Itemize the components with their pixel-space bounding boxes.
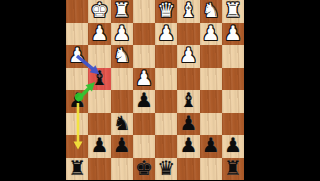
square-d6 — [155, 113, 177, 136]
square-e1 — [133, 0, 155, 23]
square-f7: ♟ — [111, 135, 133, 158]
square-a7: ♟ — [222, 135, 244, 158]
square-g5 — [88, 90, 110, 113]
square-a2: ♟ — [222, 23, 244, 46]
white-pawn-d2: ♟ — [157, 23, 175, 44]
white-pawn-h3: ♟ — [68, 45, 86, 66]
black-bishop-g4: ♝ — [90, 68, 108, 89]
square-c8 — [177, 158, 199, 181]
square-h1 — [66, 0, 88, 23]
square-f5 — [111, 90, 133, 113]
white-pawn-g2: ♟ — [90, 23, 108, 44]
right-letterbox-bar — [244, 0, 320, 180]
square-h2 — [66, 23, 88, 46]
black-pawn-e5: ♟ — [135, 90, 153, 111]
white-pawn-f2: ♟ — [113, 23, 131, 44]
square-c3: ♟ — [177, 45, 199, 68]
square-c4 — [177, 68, 199, 91]
square-g3 — [88, 45, 110, 68]
black-king-e8: ♚ — [135, 158, 153, 179]
square-b4 — [200, 68, 222, 91]
square-e5: ♟ — [133, 90, 155, 113]
white-rook-a1: ♜ — [224, 0, 242, 21]
video-frame: ♚♜♛♝♞♜♟♟♟♟♟♟♞♟♝♟♟♟♝♞♟♟♟♟♟♟♜♚♛♜ — [0, 0, 320, 180]
square-f1: ♜ — [111, 0, 133, 23]
square-e6 — [133, 113, 155, 136]
square-e7 — [133, 135, 155, 158]
black-queen-d8: ♛ — [157, 158, 175, 179]
white-pawn-c3: ♟ — [179, 45, 197, 66]
square-b8 — [200, 158, 222, 181]
square-d4 — [155, 68, 177, 91]
square-d2: ♟ — [155, 23, 177, 46]
square-a8: ♜ — [222, 158, 244, 181]
square-a5 — [222, 90, 244, 113]
square-g7: ♟ — [88, 135, 110, 158]
white-knight-f3: ♞ — [113, 45, 131, 66]
square-c6: ♟ — [177, 113, 199, 136]
white-pawn-e4: ♟ — [135, 68, 153, 89]
square-g2: ♟ — [88, 23, 110, 46]
square-a6 — [222, 113, 244, 136]
square-d3 — [155, 45, 177, 68]
black-pawn-a7: ♟ — [224, 135, 242, 156]
square-d1: ♛ — [155, 0, 177, 23]
chess-board: ♚♜♛♝♞♜♟♟♟♟♟♟♞♟♝♟♟♟♝♞♟♟♟♟♟♟♜♚♛♜ — [66, 0, 244, 180]
black-rook-h8: ♜ — [68, 158, 86, 179]
black-knight-f6: ♞ — [113, 113, 131, 134]
square-c5: ♝ — [177, 90, 199, 113]
black-pawn-b7: ♟ — [202, 135, 220, 156]
white-bishop-c1: ♝ — [179, 0, 197, 21]
square-f4 — [111, 68, 133, 91]
square-c2 — [177, 23, 199, 46]
square-g4: ♝ — [88, 68, 110, 91]
black-pawn-f7: ♟ — [113, 135, 131, 156]
square-d5 — [155, 90, 177, 113]
square-g8 — [88, 158, 110, 181]
square-a1: ♜ — [222, 0, 244, 23]
square-e8: ♚ — [133, 158, 155, 181]
black-bishop-c5: ♝ — [179, 90, 197, 111]
square-h3: ♟ — [66, 45, 88, 68]
square-b3 — [200, 45, 222, 68]
square-a3 — [222, 45, 244, 68]
white-pawn-a2: ♟ — [224, 23, 242, 44]
square-f8 — [111, 158, 133, 181]
square-f3: ♞ — [111, 45, 133, 68]
square-h7 — [66, 135, 88, 158]
black-pawn-c6: ♟ — [179, 113, 197, 134]
square-d8: ♛ — [155, 158, 177, 181]
white-king-g1: ♚ — [90, 0, 108, 21]
square-h4 — [66, 68, 88, 91]
square-f2: ♟ — [111, 23, 133, 46]
square-b7: ♟ — [200, 135, 222, 158]
square-c7: ♟ — [177, 135, 199, 158]
square-g1: ♚ — [88, 0, 110, 23]
white-knight-b1: ♞ — [202, 0, 220, 21]
black-rook-a8: ♜ — [224, 158, 242, 179]
square-b6 — [200, 113, 222, 136]
black-pawn-g7: ♟ — [90, 135, 108, 156]
square-h5: ♟ — [66, 90, 88, 113]
white-queen-d1: ♛ — [157, 0, 175, 21]
square-b2: ♟ — [200, 23, 222, 46]
square-f6: ♞ — [111, 113, 133, 136]
square-h8: ♜ — [66, 158, 88, 181]
white-rook-f1: ♜ — [113, 0, 131, 21]
square-g6 — [88, 113, 110, 136]
square-h6 — [66, 113, 88, 136]
square-e4: ♟ — [133, 68, 155, 91]
square-d7 — [155, 135, 177, 158]
white-pawn-b2: ♟ — [202, 23, 220, 44]
square-b1: ♞ — [200, 0, 222, 23]
square-b5 — [200, 90, 222, 113]
left-letterbox-bar — [0, 0, 66, 180]
square-a4 — [222, 68, 244, 91]
black-pawn-c7: ♟ — [179, 135, 197, 156]
black-pawn-h5: ♟ — [68, 90, 86, 111]
square-c1: ♝ — [177, 0, 199, 23]
square-e2 — [133, 23, 155, 46]
square-e3 — [133, 45, 155, 68]
